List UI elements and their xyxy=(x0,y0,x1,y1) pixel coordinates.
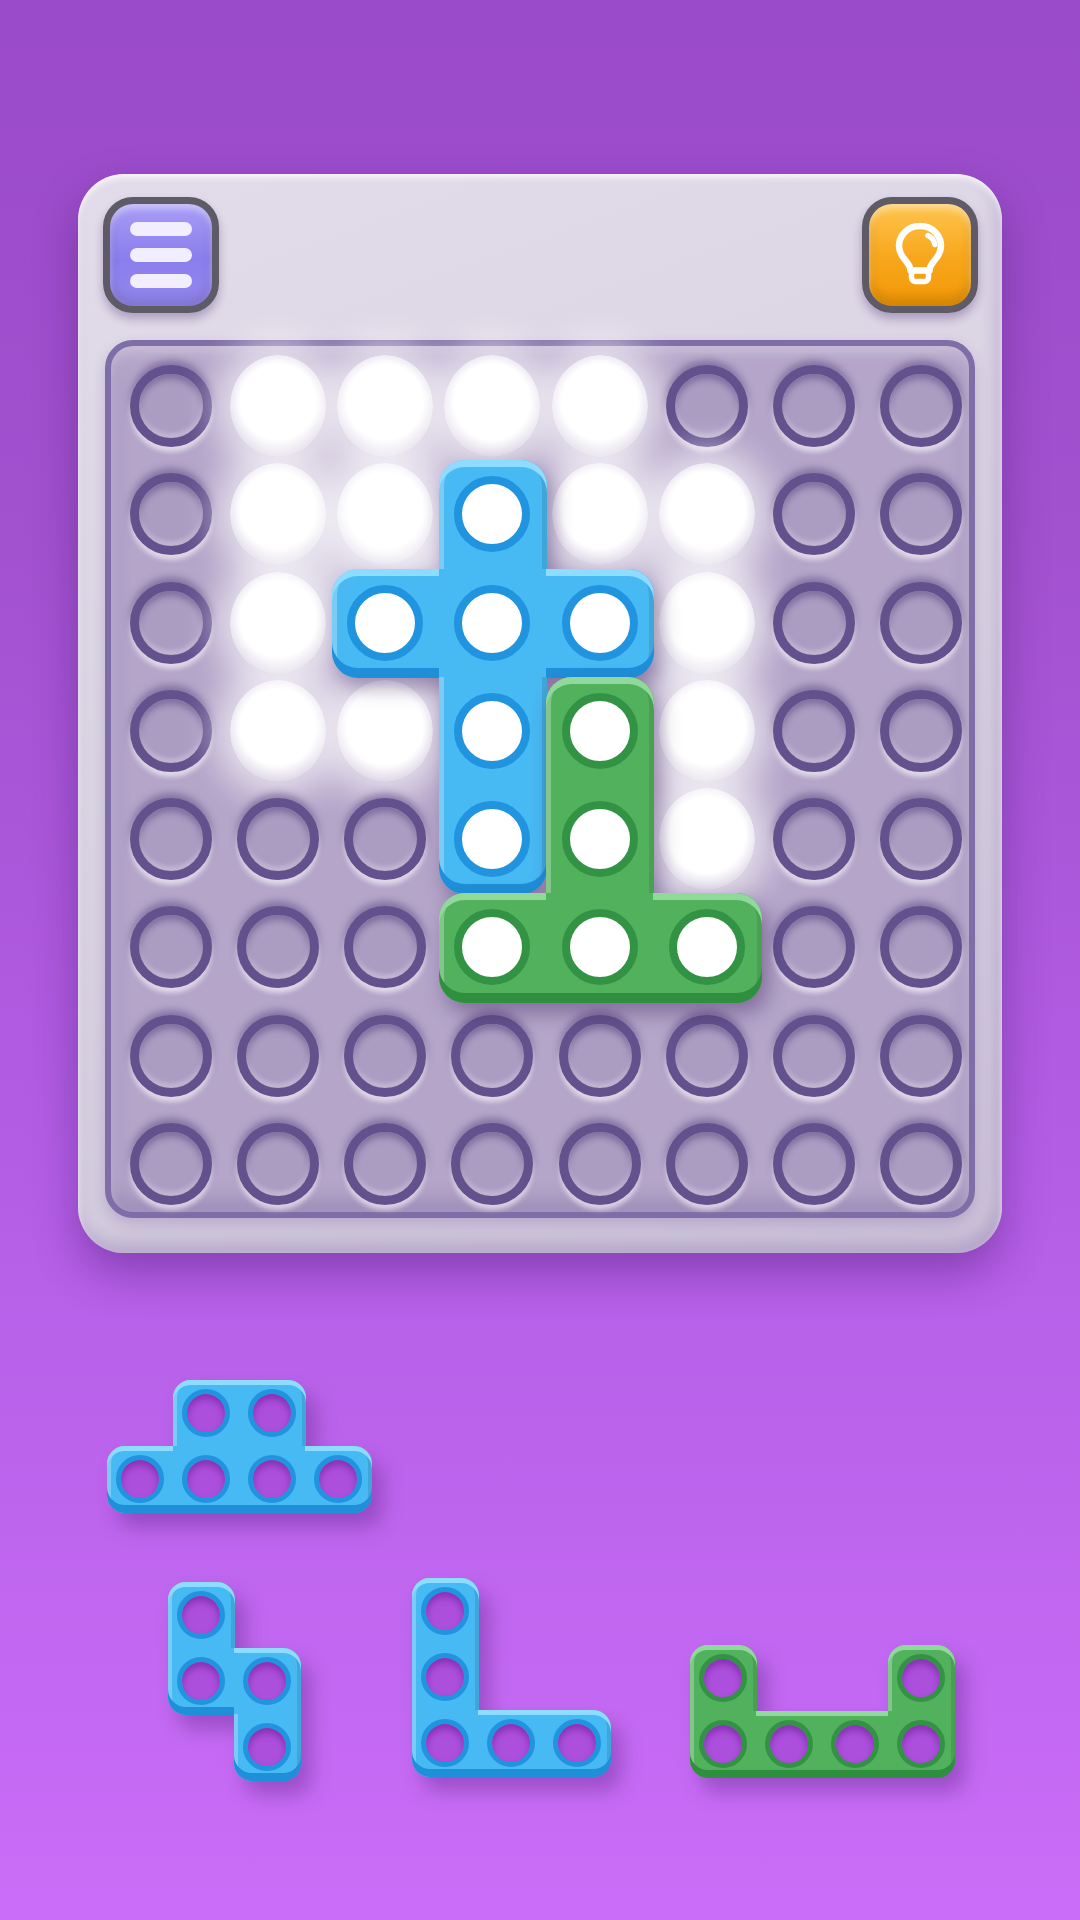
target-glow-r2c5 xyxy=(552,463,648,565)
piece-hole xyxy=(454,585,530,661)
piece-hole xyxy=(831,1720,879,1768)
piece-hole xyxy=(314,1455,362,1503)
peg-hole-r1c8 xyxy=(880,365,962,447)
piece-hole xyxy=(177,1591,225,1639)
piece-hole xyxy=(454,909,530,985)
peg-hole-r8c3 xyxy=(344,1123,426,1205)
target-glow-r1c4 xyxy=(444,355,540,457)
peg-hole-r3c7 xyxy=(773,582,855,664)
target-glow-r4c2 xyxy=(230,680,326,782)
peg-hole-r7c2 xyxy=(237,1015,319,1097)
piece-hole xyxy=(347,585,423,661)
peg-hole-r6c2 xyxy=(237,906,319,988)
piece-hole xyxy=(897,1654,945,1702)
piece-hole xyxy=(182,1455,230,1503)
target-glow-r2c2 xyxy=(230,463,326,565)
menu-button[interactable] xyxy=(103,197,219,313)
peg-hole-r8c8 xyxy=(880,1123,962,1205)
piece-hole xyxy=(421,1587,469,1635)
target-glow-r2c6 xyxy=(659,463,755,565)
peg-hole-r8c7 xyxy=(773,1123,855,1205)
piece-hole xyxy=(248,1389,296,1437)
peg-hole-r2c7 xyxy=(773,473,855,555)
hamburger-menu-icon xyxy=(130,222,192,288)
piece-hole xyxy=(421,1653,469,1701)
hint-button[interactable] xyxy=(862,197,978,313)
peg-hole-r7c8 xyxy=(880,1015,962,1097)
board-panel: LEVEL 8 xyxy=(78,174,1002,1253)
target-glow-r1c2 xyxy=(230,355,326,457)
peg-hole-r6c7 xyxy=(773,906,855,988)
piece-hole xyxy=(243,1657,291,1705)
peg-hole-r8c6 xyxy=(666,1123,748,1205)
target-glow-r1c3 xyxy=(337,355,433,457)
piece-hole xyxy=(116,1455,164,1503)
peg-hole-r4c7 xyxy=(773,690,855,772)
peg-hole-r4c1 xyxy=(130,690,212,772)
piece-hole xyxy=(487,1719,535,1767)
piece-hole xyxy=(553,1719,601,1767)
piece-hole xyxy=(454,693,530,769)
peg-hole-r3c8 xyxy=(880,582,962,664)
peg-hole-r5c1 xyxy=(130,798,212,880)
piece-hole xyxy=(765,1720,813,1768)
peg-hole-r5c7 xyxy=(773,798,855,880)
peg-hole-r3c1 xyxy=(130,582,212,664)
piece-hole xyxy=(562,801,638,877)
target-glow-r4c6 xyxy=(659,680,755,782)
game-screen: LEVEL 8 xyxy=(0,0,1080,1920)
peg-hole-r7c5 xyxy=(559,1015,641,1097)
target-glow-r5c6 xyxy=(659,788,755,890)
target-glow-r1c5 xyxy=(552,355,648,457)
piece-hole xyxy=(177,1657,225,1705)
peg-hole-r6c1 xyxy=(130,906,212,988)
piece-hole xyxy=(248,1455,296,1503)
peg-hole-r8c4 xyxy=(451,1123,533,1205)
target-glow-r4c3 xyxy=(337,680,433,782)
peg-hole-r7c1 xyxy=(130,1015,212,1097)
piece-hole xyxy=(669,909,745,985)
piece-hole xyxy=(182,1389,230,1437)
peg-hole-r8c2 xyxy=(237,1123,319,1205)
piece-hole xyxy=(562,585,638,661)
peg-hole-r7c6 xyxy=(666,1015,748,1097)
piece-hole xyxy=(243,1723,291,1771)
piece-hole xyxy=(699,1654,747,1702)
peg-hole-r5c3 xyxy=(344,798,426,880)
lightbulb-icon xyxy=(888,220,952,290)
peg-hole-r7c7 xyxy=(773,1015,855,1097)
piece-hole xyxy=(562,909,638,985)
peg-hole-r4c8 xyxy=(880,690,962,772)
peg-hole-r1c6 xyxy=(666,365,748,447)
piece-hole xyxy=(897,1720,945,1768)
peg-hole-r7c4 xyxy=(451,1015,533,1097)
peg-hole-r6c3 xyxy=(344,906,426,988)
peg-hole-r5c2 xyxy=(237,798,319,880)
peg-hole-r8c1 xyxy=(130,1123,212,1205)
piece-hole xyxy=(454,476,530,552)
piece-hole xyxy=(699,1720,747,1768)
peg-board[interactable] xyxy=(105,340,975,1218)
peg-hole-r1c7 xyxy=(773,365,855,447)
peg-hole-r6c8 xyxy=(880,906,962,988)
target-glow-r3c6 xyxy=(659,572,755,674)
target-glow-r2c3 xyxy=(337,463,433,565)
piece-hole xyxy=(562,693,638,769)
peg-hole-r1c1 xyxy=(130,365,212,447)
peg-hole-r5c8 xyxy=(880,798,962,880)
target-glow-r3c2 xyxy=(230,572,326,674)
peg-hole-r2c8 xyxy=(880,473,962,555)
peg-hole-r7c3 xyxy=(344,1015,426,1097)
peg-hole-r2c1 xyxy=(130,473,212,555)
peg-hole-r8c5 xyxy=(559,1123,641,1205)
piece-hole xyxy=(454,801,530,877)
piece-hole xyxy=(421,1719,469,1767)
